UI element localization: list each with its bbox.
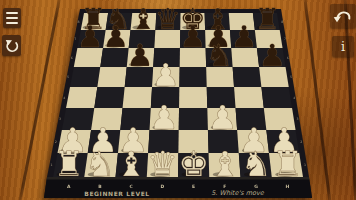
chess-board-3d[interactable]: 8877665544332211ABCDEFGH♜♞♝♛♚♝♜♟♟♟♟♟♟♞♟♟… [0, 0, 356, 200]
piece-white-queen-d1[interactable]: ♛ [147, 144, 178, 184]
piece-white-rook-a1[interactable]: ♜ [53, 144, 84, 184]
info-button[interactable]: i [332, 36, 354, 57]
square-e3[interactable] [179, 108, 208, 130]
undo-arrow-icon [332, 6, 354, 26]
rank-label-4: 4 [63, 96, 65, 100]
piece-white-pawn-f3[interactable]: ♟ [208, 98, 238, 137]
piece-black-pawn-e7[interactable]: ♟ [179, 19, 206, 54]
undo-button[interactable] [330, 4, 356, 28]
piece-black-knight-f6[interactable]: ♞ [206, 38, 233, 73]
hamburger-icon [6, 22, 18, 24]
piece-white-pawn-d3[interactable]: ♟ [149, 98, 179, 137]
rank-label-6: 6 [71, 56, 73, 60]
rank-label-4: 4 [293, 96, 295, 100]
piece-white-knight-g1[interactable]: ♞ [241, 144, 272, 184]
square-h4[interactable] [261, 87, 292, 108]
piece-white-king-e1[interactable]: ♚ [178, 144, 209, 184]
rank-label-8: 8 [281, 20, 283, 24]
piece-black-pawn-g7[interactable]: ♟ [231, 19, 258, 54]
file-label-g: G [254, 184, 258, 189]
file-label-b: B [98, 184, 102, 189]
piece-black-rook-h8[interactable]: ♜ [254, 2, 280, 36]
rank-label-6: 6 [287, 56, 289, 60]
square-a5[interactable] [70, 67, 100, 87]
square-b5[interactable] [97, 67, 126, 87]
square-b4[interactable] [94, 87, 124, 108]
piece-black-queen-d8[interactable]: ♛ [155, 2, 181, 36]
chess-app-screen: 8877665544332211ABCDEFGH♜♞♝♛♚♝♜♟♟♟♟♟♟♞♟♟… [0, 0, 356, 200]
square-e4[interactable] [179, 87, 207, 108]
circular-arrow-icon [4, 38, 20, 54]
piece-white-rook-h1[interactable]: ♜ [272, 144, 303, 184]
rank-label-5: 5 [290, 75, 292, 79]
piece-white-bishop-c1[interactable]: ♝ [116, 144, 147, 184]
piece-black-pawn-h6[interactable]: ♟ [259, 38, 286, 73]
rank-label-1: 1 [50, 163, 52, 167]
piece-black-pawn-b7[interactable]: ♟ [102, 19, 129, 54]
square-a4[interactable] [66, 87, 97, 108]
file-label-d: D [161, 184, 165, 189]
piece-black-pawn-c6[interactable]: ♟ [126, 38, 153, 73]
hamburger-icon [6, 12, 18, 14]
file-label-e: E [192, 184, 195, 189]
square-g5[interactable] [233, 67, 262, 87]
piece-white-bishop-f1[interactable]: ♝ [209, 144, 240, 184]
piece-black-bishop-c8[interactable]: ♝ [130, 2, 156, 36]
piece-white-pawn-d5[interactable]: ♟ [152, 57, 180, 93]
menu-button[interactable] [3, 8, 21, 28]
rank-label-1: 1 [304, 163, 306, 167]
new-game-button[interactable] [2, 35, 21, 56]
rank-label-5: 5 [67, 75, 69, 79]
file-label-f: F [223, 184, 226, 189]
square-c4[interactable] [123, 87, 152, 108]
square-g4[interactable] [234, 87, 264, 108]
file-label-a: A [67, 184, 71, 189]
piece-white-knight-b1[interactable]: ♞ [84, 144, 115, 184]
piece-black-pawn-a7[interactable]: ♟ [77, 19, 104, 54]
square-e5[interactable] [179, 67, 206, 87]
file-label-h: H [285, 184, 289, 189]
info-icon: i [341, 36, 345, 57]
hamburger-icon [6, 17, 18, 19]
